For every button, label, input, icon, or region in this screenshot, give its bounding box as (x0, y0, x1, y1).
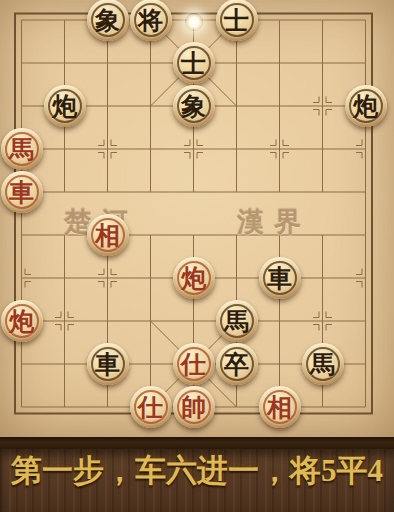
piece-black-士[interactable]: 士 (216, 0, 258, 41)
xiangqi-board[interactable]: 楚河 漢界 象将士士炮象炮馬車相炮車炮馬車仕卒馬仕帥相 (0, 0, 394, 437)
piece-red-相[interactable]: 相 (87, 214, 129, 256)
piece-glyph: 炮 (345, 85, 387, 127)
piece-glyph: 炮 (173, 257, 215, 299)
piece-glyph: 士 (216, 0, 258, 41)
piece-glyph: 馬 (1, 128, 43, 170)
piece-red-炮[interactable]: 炮 (173, 257, 215, 299)
piece-glyph: 車 (87, 343, 129, 385)
piece-red-車[interactable]: 車 (1, 171, 43, 213)
piece-red-帥[interactable]: 帥 (173, 386, 215, 428)
piece-black-馬[interactable]: 馬 (216, 300, 258, 342)
piece-glyph: 仕 (173, 343, 215, 385)
piece-red-仕[interactable]: 仕 (173, 343, 215, 385)
piece-red-馬[interactable]: 馬 (1, 128, 43, 170)
piece-black-象[interactable]: 象 (87, 0, 129, 41)
piece-red-仕[interactable]: 仕 (130, 386, 172, 428)
piece-glyph: 相 (87, 214, 129, 256)
puzzle-move-caption: 第一步，车六进一，将5平4 (11, 452, 383, 490)
river-label-right: 漢界 (237, 204, 311, 240)
piece-black-馬[interactable]: 馬 (302, 343, 344, 385)
piece-black-士[interactable]: 士 (173, 42, 215, 84)
piece-glyph: 炮 (44, 85, 86, 127)
piece-glyph: 卒 (216, 343, 258, 385)
piece-glyph: 帥 (173, 386, 215, 428)
piece-black-炮[interactable]: 炮 (44, 85, 86, 127)
piece-red-相[interactable]: 相 (259, 386, 301, 428)
piece-black-卒[interactable]: 卒 (216, 343, 258, 385)
piece-black-象[interactable]: 象 (173, 85, 215, 127)
piece-glyph: 将 (130, 0, 172, 41)
board-front-edge (0, 437, 394, 449)
xiangqi-app-screen: 楚河 漢界 象将士士炮象炮馬車相炮車炮馬車仕卒馬仕帥相 第一步，车六进一，将5平… (0, 0, 394, 512)
piece-glyph: 象 (87, 0, 129, 41)
piece-glyph: 士 (173, 42, 215, 84)
piece-glyph: 馬 (216, 300, 258, 342)
piece-glyph: 車 (259, 257, 301, 299)
piece-black-車[interactable]: 車 (87, 343, 129, 385)
caption-bar: 第一步，车六进一，将5平4 (0, 449, 394, 512)
piece-red-炮[interactable]: 炮 (1, 300, 43, 342)
piece-black-将[interactable]: 将 (130, 0, 172, 41)
piece-glyph: 相 (259, 386, 301, 428)
piece-glyph: 象 (173, 85, 215, 127)
piece-glyph: 炮 (1, 300, 43, 342)
piece-glyph: 仕 (130, 386, 172, 428)
piece-glyph: 馬 (302, 343, 344, 385)
piece-black-炮[interactable]: 炮 (345, 85, 387, 127)
piece-black-車[interactable]: 車 (259, 257, 301, 299)
piece-glyph: 車 (1, 171, 43, 213)
move-highlight-sparkle (185, 13, 203, 31)
